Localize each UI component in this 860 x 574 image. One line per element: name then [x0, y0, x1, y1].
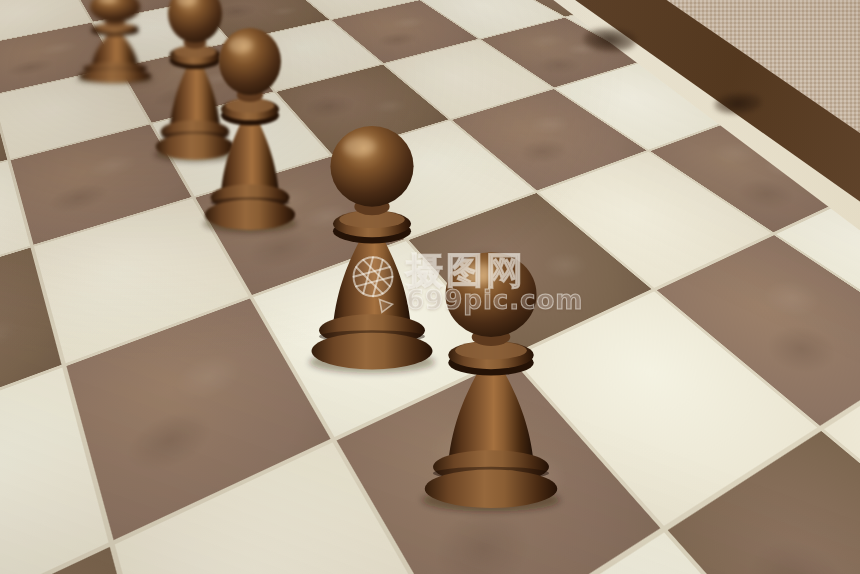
piece-black-pawn-e6	[77, 0, 153, 86]
piece-black-pawn-e4	[203, 24, 297, 237]
black-pawn-icon	[309, 121, 435, 378]
piece-black-pawn-e2	[422, 247, 560, 517]
black-pawn-icon	[203, 24, 297, 237]
black-pawn-icon	[77, 0, 153, 86]
black-pawn-icon	[422, 247, 560, 517]
photo-scene: 摄图网 699pic.com	[0, 0, 860, 574]
piece-black-pawn-e3	[309, 121, 435, 378]
